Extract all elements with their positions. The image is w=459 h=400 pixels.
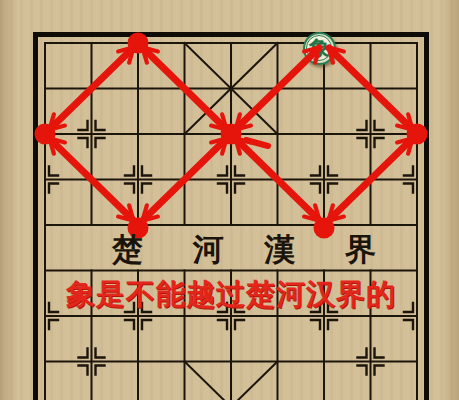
- move-arrow: [50, 48, 133, 129]
- move-arrow: [329, 139, 412, 220]
- move-arrow: [236, 48, 319, 129]
- move-arrow: [236, 139, 319, 220]
- move-annotation-svg: [0, 0, 459, 400]
- move-arrow: [329, 48, 412, 129]
- move-arrow: [50, 139, 133, 220]
- piece-inner-ring: 象: [306, 35, 332, 61]
- river-label-han-jie: 漢 界: [264, 232, 397, 268]
- piece-elephant: 象: [303, 32, 336, 65]
- elephant-glyph: 象: [309, 38, 329, 58]
- move-target-dot: [128, 33, 149, 54]
- move-target-dot: [221, 124, 242, 145]
- move-arrow: [143, 48, 226, 129]
- stray-dash: [246, 140, 268, 146]
- xiangqi-tutorial-frame: 象 楚 河 漢 界 象是不能越过楚河汉界的: [0, 0, 459, 400]
- move-arrow: [143, 139, 226, 220]
- caption-text: 象是不能越过楚河汉界的: [48, 277, 414, 311]
- move-target-dot: [407, 124, 428, 145]
- river-label-chu-he: 楚 河: [112, 232, 245, 268]
- move-target-dot: [35, 124, 56, 145]
- board-grid-svg: [0, 0, 459, 400]
